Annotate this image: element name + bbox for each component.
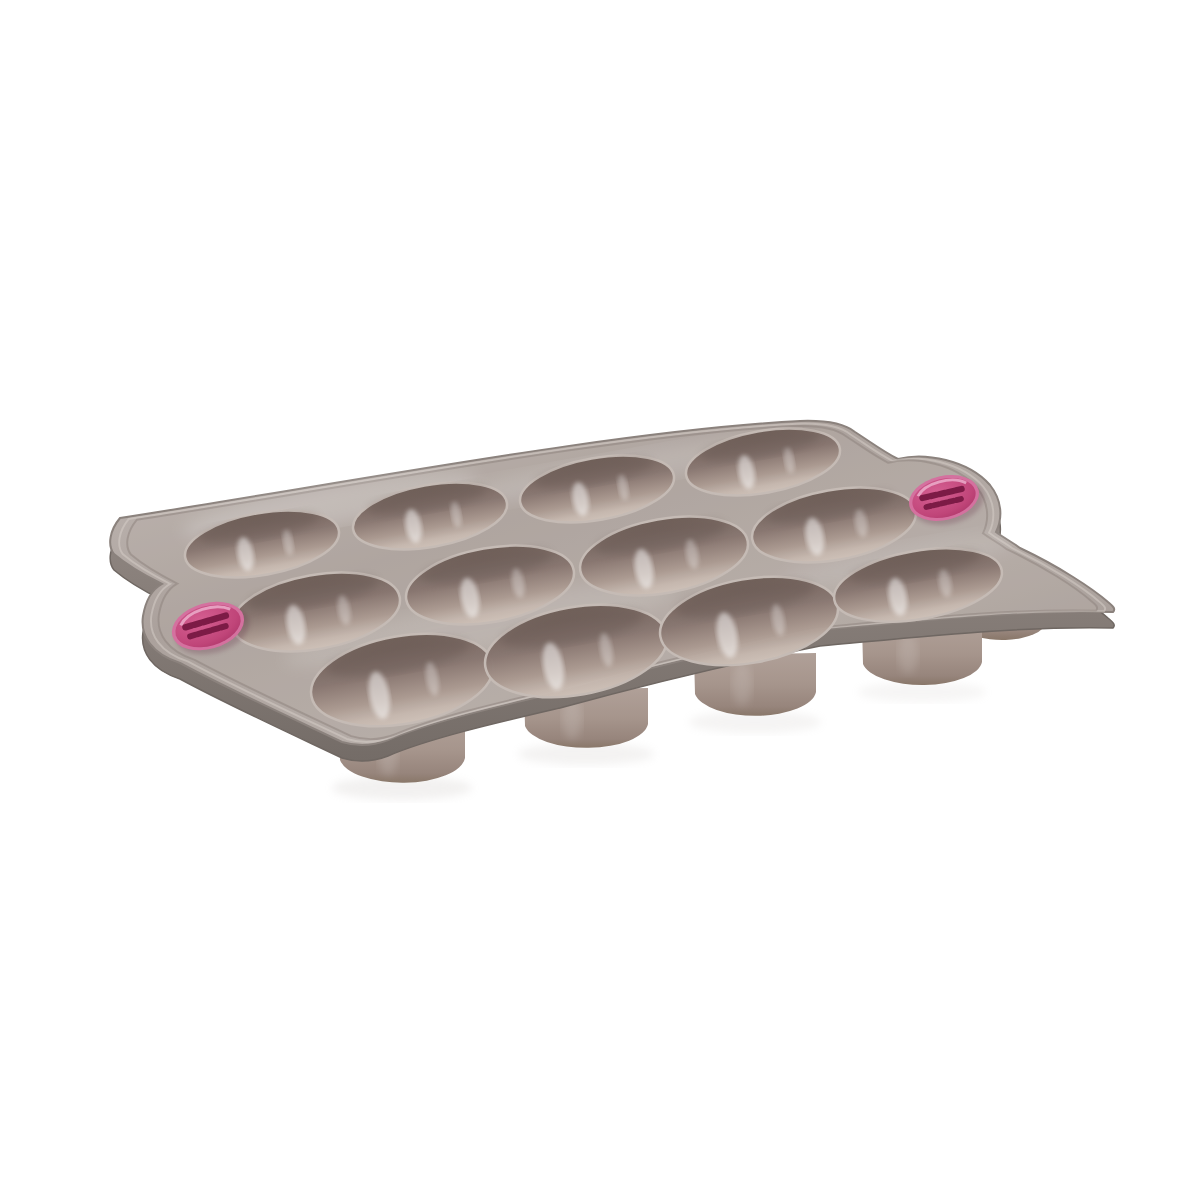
product-photo-stage: Angled product photo of an empty 12-cup …	[0, 0, 1200, 1200]
muffin-mold-photo	[0, 0, 1200, 1200]
